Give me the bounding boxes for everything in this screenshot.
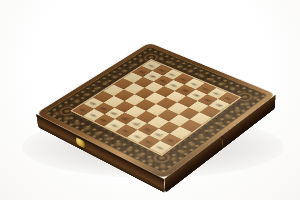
piece-shadow bbox=[199, 86, 211, 92]
square-b7[interactable]: ♟ bbox=[143, 71, 163, 82]
rosette-ornament-east bbox=[232, 90, 257, 104]
square-d6[interactable] bbox=[155, 86, 175, 97]
square-e7[interactable]: ♟ bbox=[175, 85, 195, 96]
square-a8[interactable]: ♜ bbox=[142, 60, 162, 70]
square-b8[interactable]: ♞ bbox=[152, 65, 172, 76]
square-c4[interactable] bbox=[124, 94, 145, 106]
square-c5[interactable] bbox=[134, 88, 154, 99]
piece-shadow bbox=[188, 81, 200, 87]
fold-seam-right bbox=[222, 135, 224, 149]
square-d8[interactable]: ♛ bbox=[174, 74, 194, 85]
piece-black-pawn[interactable]: ♟ bbox=[178, 78, 190, 92]
square-b5[interactable] bbox=[124, 83, 144, 94]
chess-box: ♜♞♝♛♚♝♞♜♟♟♟♟♟♟♟♟♟♟♟♟♟♟♟♟♜♞♝♛♚♝♞♜ bbox=[65, 13, 246, 194]
piece-shadow bbox=[136, 69, 147, 75]
square-e6[interactable] bbox=[166, 91, 187, 102]
piece-black-bishop[interactable]: ♝ bbox=[197, 72, 213, 90]
piece-black-rook[interactable]: ♜ bbox=[144, 52, 158, 67]
square-c6[interactable] bbox=[144, 81, 164, 92]
piece-black-king[interactable]: ♚ bbox=[183, 63, 204, 86]
photo-background: ♜♞♝♛♚♝♞♜♟♟♟♟♟♟♟♟♟♟♟♟♟♟♟♟♜♞♝♛♚♝♞♜ bbox=[0, 0, 300, 200]
piece-black-queen[interactable]: ♛ bbox=[174, 61, 192, 80]
piece-shadow bbox=[166, 72, 178, 78]
square-a6[interactable] bbox=[123, 72, 143, 83]
square-e8[interactable]: ♚ bbox=[185, 78, 205, 89]
square-a5[interactable] bbox=[113, 78, 133, 89]
square-a7[interactable]: ♟ bbox=[133, 66, 153, 77]
piece-black-pawn[interactable]: ♟ bbox=[146, 64, 158, 77]
piece-black-pawn[interactable]: ♟ bbox=[212, 93, 225, 107]
square-d7[interactable]: ♟ bbox=[164, 80, 184, 91]
piece-shadow bbox=[190, 92, 202, 98]
piece-shadow bbox=[145, 63, 156, 69]
piece-black-pawn[interactable]: ♟ bbox=[190, 83, 202, 97]
piece-black-pawn[interactable]: ♟ bbox=[168, 73, 180, 86]
piece-black-pawn[interactable]: ♟ bbox=[136, 60, 148, 73]
piece-black-bishop[interactable]: ♝ bbox=[164, 59, 180, 76]
square-d5[interactable] bbox=[145, 93, 166, 104]
piece-white-rook[interactable]: ♜ bbox=[152, 132, 167, 149]
piece-shadow bbox=[157, 78, 169, 84]
piece-shadow bbox=[156, 67, 168, 73]
piece-shadow bbox=[179, 87, 191, 93]
piece-shadow bbox=[147, 74, 159, 80]
square-b6[interactable] bbox=[133, 77, 153, 88]
piece-shadow bbox=[168, 83, 180, 89]
piece-shadow bbox=[177, 77, 189, 83]
square-c7[interactable]: ♟ bbox=[154, 75, 174, 86]
square-f7[interactable]: ♟ bbox=[186, 89, 207, 100]
piece-black-knight[interactable]: ♞ bbox=[154, 55, 169, 71]
square-c8[interactable]: ♝ bbox=[163, 69, 183, 80]
rosette-ornament-north bbox=[139, 51, 163, 63]
piece-black-pawn[interactable]: ♟ bbox=[157, 69, 169, 82]
piece-black-pawn[interactable]: ♟ bbox=[201, 88, 214, 102]
